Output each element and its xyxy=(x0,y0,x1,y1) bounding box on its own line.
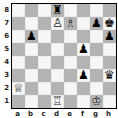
square-d1[interactable]: ♖ xyxy=(51,95,64,108)
square-g4[interactable] xyxy=(90,56,103,69)
square-e1[interactable] xyxy=(64,95,77,108)
square-d7[interactable]: ♙ xyxy=(51,17,64,30)
file-label-c: c xyxy=(41,109,45,118)
square-d6[interactable] xyxy=(51,30,64,43)
file-labels: abcdefgh xyxy=(11,109,117,118)
square-b1[interactable] xyxy=(25,95,38,108)
square-b5[interactable] xyxy=(25,43,38,56)
rank-labels: 87654321 xyxy=(1,3,11,109)
square-d4[interactable] xyxy=(51,56,64,69)
black-pawn: ♟ xyxy=(104,30,115,43)
chess-board: ♜♙♗♟♚♟♟♟♟♛♕♖♔ xyxy=(11,3,117,109)
white-queen: ♕ xyxy=(13,82,24,95)
square-b8[interactable] xyxy=(25,4,38,17)
square-e6[interactable] xyxy=(64,30,77,43)
square-c7[interactable] xyxy=(38,17,51,30)
square-f3[interactable]: ♟ xyxy=(77,69,90,82)
square-b3[interactable] xyxy=(25,69,38,82)
black-pawn: ♟ xyxy=(91,17,102,30)
square-a6[interactable] xyxy=(12,30,25,43)
file-label-f: f xyxy=(81,109,84,118)
square-f1[interactable] xyxy=(77,95,90,108)
white-bishop: ♗ xyxy=(65,17,76,30)
square-f5[interactable]: ♟ xyxy=(77,43,90,56)
rank-label-5: 5 xyxy=(4,43,11,56)
rank-label-6: 6 xyxy=(4,30,11,43)
square-b4[interactable] xyxy=(25,56,38,69)
square-h3[interactable]: ♛ xyxy=(103,69,116,82)
square-e3[interactable] xyxy=(64,69,77,82)
square-c2[interactable] xyxy=(38,82,51,95)
black-queen: ♛ xyxy=(104,69,115,82)
square-d5[interactable] xyxy=(51,43,64,56)
square-b6[interactable]: ♟ xyxy=(25,30,38,43)
rank-label-4: 4 xyxy=(4,56,11,69)
square-d3[interactable] xyxy=(51,69,64,82)
black-pawn: ♟ xyxy=(26,30,37,43)
square-g6[interactable] xyxy=(90,30,103,43)
square-h1[interactable] xyxy=(103,95,116,108)
square-b2[interactable] xyxy=(25,82,38,95)
black-pawn: ♟ xyxy=(78,43,89,56)
file-label-b: b xyxy=(28,109,33,118)
file-label-g: g xyxy=(93,109,98,118)
square-h6[interactable]: ♟ xyxy=(103,30,116,43)
rank-label-2: 2 xyxy=(4,82,11,95)
square-g1[interactable]: ♔ xyxy=(90,95,103,108)
square-f8[interactable] xyxy=(77,4,90,17)
black-pawn: ♟ xyxy=(78,69,89,82)
file-label-d: d xyxy=(54,109,59,118)
square-f2[interactable] xyxy=(77,82,90,95)
square-h5[interactable] xyxy=(103,43,116,56)
square-g7[interactable]: ♟ xyxy=(90,17,103,30)
square-e2[interactable] xyxy=(64,82,77,95)
square-a4[interactable] xyxy=(12,56,25,69)
square-g3[interactable] xyxy=(90,69,103,82)
square-e7[interactable]: ♗ xyxy=(64,17,77,30)
square-c8[interactable] xyxy=(38,4,51,17)
square-a5[interactable] xyxy=(12,43,25,56)
square-c4[interactable] xyxy=(38,56,51,69)
white-rook: ♖ xyxy=(52,95,63,108)
square-e5[interactable] xyxy=(64,43,77,56)
square-f7[interactable] xyxy=(77,17,90,30)
chess-diagram: 87654321 ♜♙♗♟♚♟♟♟♟♛♕♖♔ abcdefgh xyxy=(0,0,118,118)
square-c5[interactable] xyxy=(38,43,51,56)
white-pawn: ♙ xyxy=(52,17,63,30)
square-c6[interactable] xyxy=(38,30,51,43)
square-a7[interactable] xyxy=(12,17,25,30)
square-a2[interactable]: ♕ xyxy=(12,82,25,95)
square-h2[interactable] xyxy=(103,82,116,95)
file-label-a: a xyxy=(15,109,20,118)
rank-label-3: 3 xyxy=(4,69,11,82)
rank-label-1: 1 xyxy=(4,95,11,108)
square-c1[interactable] xyxy=(38,95,51,108)
square-c3[interactable] xyxy=(38,69,51,82)
square-a1[interactable] xyxy=(12,95,25,108)
white-king: ♔ xyxy=(91,95,102,108)
square-g5[interactable] xyxy=(90,43,103,56)
file-label-e: e xyxy=(67,109,72,118)
file-label-h: h xyxy=(106,109,111,118)
square-e4[interactable] xyxy=(64,56,77,69)
rank-label-8: 8 xyxy=(4,4,11,17)
rank-label-7: 7 xyxy=(4,17,11,30)
square-a8[interactable] xyxy=(12,4,25,17)
